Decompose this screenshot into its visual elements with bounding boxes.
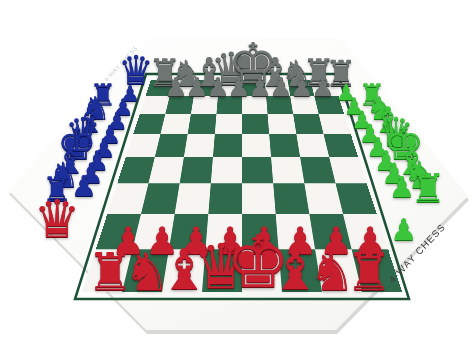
red-queen: ♛ <box>34 193 81 245</box>
square-r2c3 <box>215 114 242 134</box>
square-r2c5 <box>268 114 297 134</box>
silver-pawn: ♟ <box>248 74 271 100</box>
square-r5c4 <box>242 183 276 213</box>
square-r4c3 <box>211 157 242 183</box>
square-r4c2 <box>180 157 213 183</box>
square-r3c4 <box>242 134 271 157</box>
square-r2c1 <box>160 114 190 134</box>
square-r4c1 <box>148 157 183 183</box>
silver-pawn: ♟ <box>185 74 208 100</box>
silver-pawn: ♟ <box>290 74 313 100</box>
silver-pawn: ♟ <box>227 74 250 100</box>
square-r2c2 <box>188 114 217 134</box>
square-r5c5 <box>273 183 309 213</box>
square-r2c4 <box>242 114 269 134</box>
square-r5c1 <box>141 183 180 213</box>
scene: 4-WAY CHESS 4-WAY CHESS ♜♞♝♛♚♝♞♜♟♟♟♟♟♟♟♟… <box>0 0 474 355</box>
silver-pawn: ♟ <box>311 74 334 100</box>
square-r3c1 <box>155 134 188 157</box>
square-r5c2 <box>175 183 211 213</box>
silver-pawn: ♟ <box>206 74 229 100</box>
square-r3c3 <box>213 134 242 157</box>
square-r5c3 <box>208 183 242 213</box>
red-rook: ♜ <box>346 246 393 298</box>
square-r4c4 <box>242 157 273 183</box>
green-pawn: ♟ <box>391 215 418 245</box>
square-r3c5 <box>269 134 300 157</box>
square-r3c2 <box>184 134 215 157</box>
square-r4c5 <box>271 157 304 183</box>
silver-pawn: ♟ <box>164 74 187 100</box>
green-rook: ♜ <box>410 168 446 208</box>
silver-pawn: ♟ <box>269 74 292 100</box>
